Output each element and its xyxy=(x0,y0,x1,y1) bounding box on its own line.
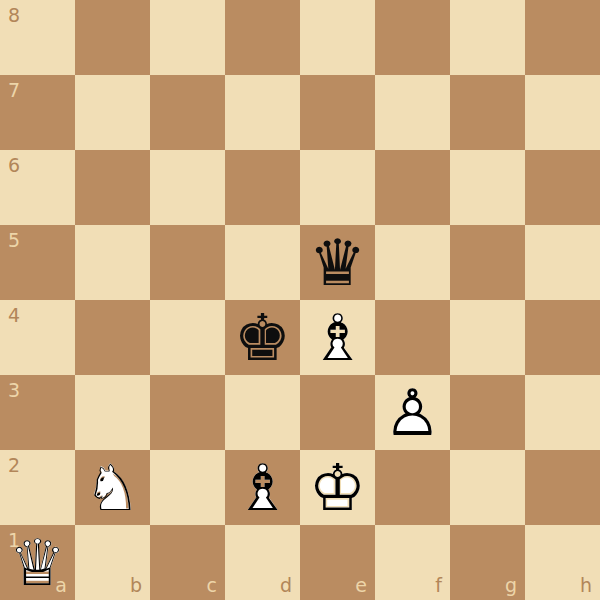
square-a8[interactable]: 8 xyxy=(0,0,75,75)
square-b7[interactable] xyxy=(75,75,150,150)
white-king-e2[interactable]: ♚♔ xyxy=(300,450,375,525)
black-queen-glyph: ♛ xyxy=(309,231,366,295)
square-d3[interactable] xyxy=(225,375,300,450)
square-f6[interactable] xyxy=(375,150,450,225)
square-g4[interactable] xyxy=(450,300,525,375)
square-b8[interactable] xyxy=(75,0,150,75)
square-d4[interactable]: ♚ xyxy=(225,300,300,375)
square-a7[interactable]: 7 xyxy=(0,75,75,150)
square-a4[interactable]: 4 xyxy=(0,300,75,375)
square-a3[interactable]: 3 xyxy=(0,375,75,450)
rank-label-5: 5 xyxy=(8,231,20,250)
file-label-g: g xyxy=(505,576,517,595)
square-h1[interactable]: h xyxy=(525,525,600,600)
white-bishop-d2[interactable]: ♝♗ xyxy=(225,450,300,525)
square-c7[interactable] xyxy=(150,75,225,150)
white-bishop-glyph: ♗ xyxy=(309,306,366,370)
square-c2[interactable] xyxy=(150,450,225,525)
file-label-b: b xyxy=(130,576,142,595)
square-d2[interactable]: ♝♗ xyxy=(225,450,300,525)
square-d1[interactable]: d xyxy=(225,525,300,600)
white-knight-b2[interactable]: ♞♘ xyxy=(75,450,150,525)
square-h8[interactable] xyxy=(525,0,600,75)
white-pawn-f3[interactable]: ♟♙ xyxy=(375,375,450,450)
square-g7[interactable] xyxy=(450,75,525,150)
square-c4[interactable] xyxy=(150,300,225,375)
white-king-glyph: ♔ xyxy=(309,456,366,520)
square-g1[interactable]: g xyxy=(450,525,525,600)
file-label-e: e xyxy=(355,576,367,595)
rank-label-7: 7 xyxy=(8,81,20,100)
square-g3[interactable] xyxy=(450,375,525,450)
rank-label-6: 6 xyxy=(8,156,20,175)
square-c1[interactable]: c xyxy=(150,525,225,600)
square-d8[interactable] xyxy=(225,0,300,75)
square-c6[interactable] xyxy=(150,150,225,225)
square-d5[interactable] xyxy=(225,225,300,300)
file-label-d: d xyxy=(280,576,292,595)
square-b1[interactable]: b xyxy=(75,525,150,600)
file-label-h: h xyxy=(580,576,592,595)
square-b5[interactable] xyxy=(75,225,150,300)
white-knight-glyph: ♘ xyxy=(84,456,141,520)
white-bishop-glyph: ♗ xyxy=(234,456,291,520)
square-h2[interactable] xyxy=(525,450,600,525)
square-f1[interactable]: f xyxy=(375,525,450,600)
rank-label-4: 4 xyxy=(8,306,20,325)
square-b4[interactable] xyxy=(75,300,150,375)
square-f4[interactable] xyxy=(375,300,450,375)
square-c5[interactable] xyxy=(150,225,225,300)
black-king-glyph: ♚ xyxy=(234,306,291,370)
square-c3[interactable] xyxy=(150,375,225,450)
square-h4[interactable] xyxy=(525,300,600,375)
square-h6[interactable] xyxy=(525,150,600,225)
square-a1[interactable]: 1a♛♕ xyxy=(0,525,75,600)
rank-label-2: 2 xyxy=(8,456,20,475)
square-f8[interactable] xyxy=(375,0,450,75)
black-king-d4[interactable]: ♚ xyxy=(225,300,300,375)
square-d7[interactable] xyxy=(225,75,300,150)
rank-label-3: 3 xyxy=(8,381,20,400)
square-e8[interactable] xyxy=(300,0,375,75)
square-e3[interactable] xyxy=(300,375,375,450)
square-b2[interactable]: ♞♘ xyxy=(75,450,150,525)
file-label-f: f xyxy=(435,576,442,595)
square-a2[interactable]: 2 xyxy=(0,450,75,525)
square-e6[interactable] xyxy=(300,150,375,225)
square-g6[interactable] xyxy=(450,150,525,225)
square-c8[interactable] xyxy=(150,0,225,75)
square-a6[interactable]: 6 xyxy=(0,150,75,225)
square-h3[interactable] xyxy=(525,375,600,450)
square-e2[interactable]: ♚♔ xyxy=(300,450,375,525)
white-queen-glyph: ♕ xyxy=(9,531,66,595)
black-queen-e5[interactable]: ♛ xyxy=(300,225,375,300)
square-f3[interactable]: ♟♙ xyxy=(375,375,450,450)
chess-board: 8765♛4♚♝♗3♟♙2♞♘♝♗♚♔1a♛♕bcdefgh xyxy=(0,0,600,600)
square-d6[interactable] xyxy=(225,150,300,225)
square-f7[interactable] xyxy=(375,75,450,150)
white-queen-a1[interactable]: ♛♕ xyxy=(0,525,75,600)
square-g2[interactable] xyxy=(450,450,525,525)
square-e5[interactable]: ♛ xyxy=(300,225,375,300)
square-g8[interactable] xyxy=(450,0,525,75)
square-e4[interactable]: ♝♗ xyxy=(300,300,375,375)
square-a5[interactable]: 5 xyxy=(0,225,75,300)
square-g5[interactable] xyxy=(450,225,525,300)
square-h5[interactable] xyxy=(525,225,600,300)
white-pawn-glyph: ♙ xyxy=(384,381,441,445)
square-b3[interactable] xyxy=(75,375,150,450)
file-label-c: c xyxy=(207,576,217,595)
chess-board-container: 8765♛4♚♝♗3♟♙2♞♘♝♗♚♔1a♛♕bcdefgh xyxy=(0,0,600,600)
white-bishop-e4[interactable]: ♝♗ xyxy=(300,300,375,375)
rank-label-8: 8 xyxy=(8,6,20,25)
square-b6[interactable] xyxy=(75,150,150,225)
square-f2[interactable] xyxy=(375,450,450,525)
square-f5[interactable] xyxy=(375,225,450,300)
square-e7[interactable] xyxy=(300,75,375,150)
square-h7[interactable] xyxy=(525,75,600,150)
square-e1[interactable]: e xyxy=(300,525,375,600)
